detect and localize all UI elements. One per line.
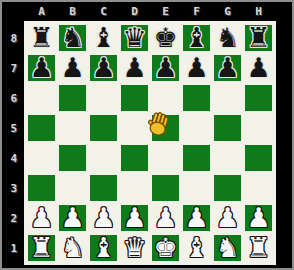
file-label-g: G — [212, 5, 243, 18]
square-h4[interactable] — [243, 143, 274, 173]
square-c3[interactable] — [88, 173, 119, 203]
piece-black-queen[interactable]: ♛ — [122, 24, 146, 51]
square-g2[interactable]: ♟ — [212, 203, 243, 233]
rank-label-4: 4 — [2, 143, 20, 173]
square-a8[interactable]: ♜ — [26, 23, 57, 53]
square-f5[interactable] — [181, 113, 212, 143]
file-label-e: E — [150, 5, 181, 18]
square-d1[interactable]: ♛ — [119, 233, 150, 263]
square-f2[interactable]: ♟ — [181, 203, 212, 233]
rank-label-3: 3 — [2, 173, 20, 203]
square-d6[interactable] — [119, 83, 150, 113]
rank-label-5: 5 — [2, 113, 20, 143]
rank-label-8: 8 — [2, 23, 20, 53]
square-f1[interactable]: ♝ — [181, 233, 212, 263]
piece-white-pawn[interactable]: ♟ — [246, 204, 270, 231]
square-f4[interactable] — [181, 143, 212, 173]
piece-white-bishop[interactable]: ♝ — [91, 234, 115, 261]
piece-black-rook[interactable]: ♜ — [246, 24, 270, 51]
piece-white-pawn[interactable]: ♟ — [184, 204, 208, 231]
square-c5[interactable] — [88, 113, 119, 143]
piece-black-king[interactable]: ♚ — [153, 24, 177, 51]
square-g5[interactable] — [212, 113, 243, 143]
square-e6[interactable] — [150, 83, 181, 113]
piece-white-pawn[interactable]: ♟ — [215, 204, 239, 231]
square-a5[interactable] — [26, 113, 57, 143]
square-b7[interactable]: ♟ — [57, 53, 88, 83]
piece-black-bishop[interactable]: ♝ — [91, 24, 115, 51]
file-label-a: A — [26, 5, 57, 18]
piece-black-pawn[interactable]: ♟ — [29, 54, 53, 81]
file-label-d: D — [119, 5, 150, 18]
square-d4[interactable] — [119, 143, 150, 173]
square-h2[interactable]: ♟ — [243, 203, 274, 233]
piece-black-pawn[interactable]: ♟ — [122, 54, 146, 81]
chess-board[interactable]: ♜♞♝♛♚♝♞♜♟♟♟♟♟♟♟♟♟♟♟♟♟♟♟♟♜♞♝♛♚♝♞♜ — [24, 21, 276, 265]
square-b4[interactable] — [57, 143, 88, 173]
piece-white-pawn[interactable]: ♟ — [153, 204, 177, 231]
square-a1[interactable]: ♜ — [26, 233, 57, 263]
square-d3[interactable] — [119, 173, 150, 203]
rank-label-7: 7 — [2, 53, 20, 83]
piece-black-bishop[interactable]: ♝ — [184, 24, 208, 51]
piece-white-queen[interactable]: ♛ — [122, 234, 146, 261]
square-a2[interactable]: ♟ — [26, 203, 57, 233]
square-c2[interactable]: ♟ — [88, 203, 119, 233]
square-h7[interactable]: ♟ — [243, 53, 274, 83]
rank-labels: 87654321 — [2, 23, 20, 263]
square-h8[interactable]: ♜ — [243, 23, 274, 53]
piece-white-pawn[interactable]: ♟ — [91, 204, 115, 231]
square-g4[interactable] — [212, 143, 243, 173]
square-c6[interactable] — [88, 83, 119, 113]
rank-label-2: 2 — [2, 203, 20, 233]
square-e2[interactable]: ♟ — [150, 203, 181, 233]
square-e1[interactable]: ♚ — [150, 233, 181, 263]
piece-white-pawn[interactable]: ♟ — [29, 204, 53, 231]
square-b5[interactable] — [57, 113, 88, 143]
file-label-h: H — [243, 5, 274, 18]
piece-white-pawn[interactable]: ♟ — [60, 204, 84, 231]
square-g8[interactable]: ♞ — [212, 23, 243, 53]
square-f6[interactable] — [181, 83, 212, 113]
square-a3[interactable] — [26, 173, 57, 203]
square-e7[interactable]: ♟ — [150, 53, 181, 83]
square-b8[interactable]: ♞ — [57, 23, 88, 53]
square-f3[interactable] — [181, 173, 212, 203]
square-b2[interactable]: ♟ — [57, 203, 88, 233]
square-d5[interactable] — [119, 113, 150, 143]
square-h5[interactable] — [243, 113, 274, 143]
rank-label-6: 6 — [2, 83, 20, 113]
square-g6[interactable] — [212, 83, 243, 113]
square-d2[interactable]: ♟ — [119, 203, 150, 233]
piece-black-pawn[interactable]: ♟ — [184, 54, 208, 81]
square-f8[interactable]: ♝ — [181, 23, 212, 53]
piece-white-knight[interactable]: ♞ — [215, 234, 239, 261]
piece-white-bishop[interactable]: ♝ — [184, 234, 208, 261]
square-g7[interactable]: ♟ — [212, 53, 243, 83]
square-a6[interactable] — [26, 83, 57, 113]
rank-label-1: 1 — [2, 233, 20, 263]
square-e8[interactable]: ♚ — [150, 23, 181, 53]
piece-black-knight[interactable]: ♞ — [215, 24, 239, 51]
square-b1[interactable]: ♞ — [57, 233, 88, 263]
square-e5[interactable] — [150, 113, 181, 143]
square-d8[interactable]: ♛ — [119, 23, 150, 53]
square-e4[interactable] — [150, 143, 181, 173]
piece-white-rook[interactable]: ♜ — [29, 234, 53, 261]
square-a7[interactable]: ♟ — [26, 53, 57, 83]
square-h6[interactable] — [243, 83, 274, 113]
file-label-c: C — [88, 5, 119, 18]
square-g1[interactable]: ♞ — [212, 233, 243, 263]
piece-black-pawn[interactable]: ♟ — [60, 54, 84, 81]
piece-black-knight[interactable]: ♞ — [60, 24, 84, 51]
piece-black-rook[interactable]: ♜ — [29, 24, 53, 51]
piece-white-knight[interactable]: ♞ — [60, 234, 84, 261]
square-f7[interactable]: ♟ — [181, 53, 212, 83]
file-labels: ABCDEFGH — [24, 5, 278, 18]
piece-black-pawn[interactable]: ♟ — [246, 54, 270, 81]
square-c1[interactable]: ♝ — [88, 233, 119, 263]
piece-white-king[interactable]: ♚ — [153, 234, 177, 261]
piece-white-rook[interactable]: ♜ — [246, 234, 270, 261]
chess-game-screen: ABCDEFGH 87654321 ♜♞♝♛♚♝♞♜♟♟♟♟♟♟♟♟♟♟♟♟♟♟… — [0, 0, 294, 270]
file-label-f: F — [181, 5, 212, 18]
square-c7[interactable]: ♟ — [88, 53, 119, 83]
piece-black-pawn[interactable]: ♟ — [215, 54, 239, 81]
piece-white-pawn[interactable]: ♟ — [122, 204, 146, 231]
square-b6[interactable] — [57, 83, 88, 113]
square-b3[interactable] — [57, 173, 88, 203]
square-h3[interactable] — [243, 173, 274, 203]
square-a4[interactable] — [26, 143, 57, 173]
square-h1[interactable]: ♜ — [243, 233, 274, 263]
piece-black-pawn[interactable]: ♟ — [91, 54, 115, 81]
square-g3[interactable] — [212, 173, 243, 203]
square-c4[interactable] — [88, 143, 119, 173]
square-d7[interactable]: ♟ — [119, 53, 150, 83]
file-label-b: B — [57, 5, 88, 18]
square-c8[interactable]: ♝ — [88, 23, 119, 53]
piece-black-pawn[interactable]: ♟ — [153, 54, 177, 81]
square-e3[interactable] — [150, 173, 181, 203]
